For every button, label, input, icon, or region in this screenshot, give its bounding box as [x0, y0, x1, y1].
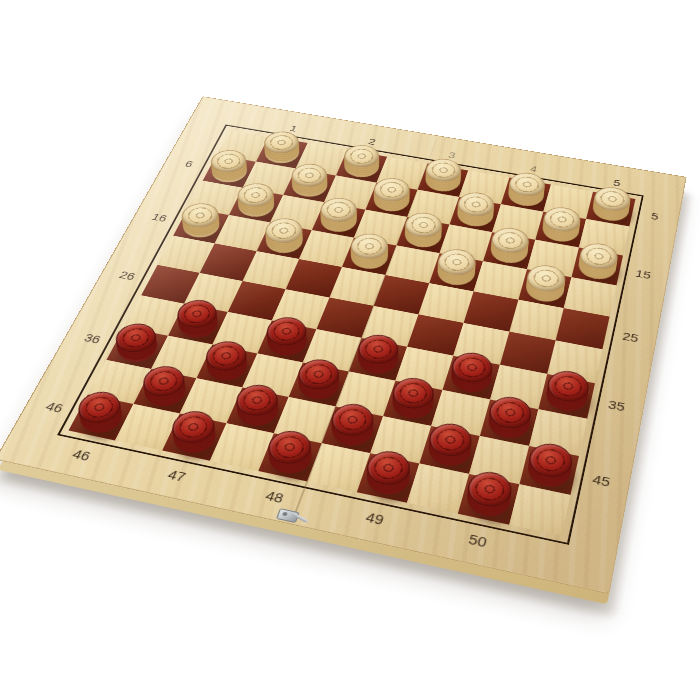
- draughts-board: 123456162636465152535454647484950: [0, 96, 687, 594]
- board-number-1: 1: [288, 124, 299, 134]
- board-number-25: 25: [621, 330, 639, 344]
- board-number-35: 35: [607, 398, 626, 414]
- board-number-4: 4: [529, 164, 539, 174]
- red-piece-31[interactable]: [173, 307, 222, 341]
- board-number-5: 5: [612, 178, 621, 188]
- board-number-49: 49: [364, 510, 386, 528]
- light-piece-13[interactable]: [401, 220, 445, 250]
- red-piece-33[interactable]: [354, 342, 402, 377]
- board-number-36: 36: [82, 331, 103, 345]
- light-square-r5c7: [418, 283, 473, 323]
- board-number-3: 3: [447, 150, 457, 160]
- red-piece-34[interactable]: [448, 359, 495, 395]
- light-piece-19[interactable]: [434, 257, 478, 288]
- board-number-6: 6: [183, 159, 195, 169]
- board-3d-scene: 123456162636465152535454647484950: [93, 25, 653, 585]
- product-photo-canvas: 123456162636465152535454647484950: [0, 0, 700, 700]
- board-number-15: 15: [634, 268, 651, 281]
- board-number-50: 50: [467, 532, 489, 550]
- red-piece-47[interactable]: [168, 418, 221, 457]
- board-number-46: 46: [70, 447, 93, 464]
- light-piece-20[interactable]: [523, 272, 567, 304]
- light-piece-2[interactable]: [340, 153, 382, 180]
- board-number-5: 5: [650, 211, 659, 222]
- square-14[interactable]: [483, 232, 535, 269]
- red-piece-40[interactable]: [485, 403, 533, 441]
- light-piece-4[interactable]: [505, 180, 546, 208]
- red-piece-35[interactable]: [543, 378, 590, 415]
- red-piece-50[interactable]: [463, 478, 514, 520]
- red-piece-42[interactable]: [232, 391, 283, 429]
- red-piece-37[interactable]: [202, 348, 252, 384]
- board-number-2: 2: [367, 137, 377, 147]
- board-number-16: 16: [150, 212, 169, 224]
- light-piece-1[interactable]: [261, 139, 304, 166]
- red-piece-38[interactable]: [294, 366, 344, 402]
- board-number-45: 45: [591, 472, 611, 489]
- light-piece-10[interactable]: [540, 215, 582, 245]
- red-piece-43[interactable]: [327, 411, 378, 450]
- board-number-26: 26: [117, 269, 137, 282]
- light-piece-7[interactable]: [288, 171, 332, 199]
- square-34[interactable]: [442, 356, 499, 400]
- light-piece-17[interactable]: [262, 226, 308, 256]
- board-grid: [68, 130, 635, 536]
- red-piece-39[interactable]: [388, 385, 437, 422]
- red-piece-44[interactable]: [425, 430, 475, 470]
- light-piece-8[interactable]: [370, 186, 413, 214]
- light-piece-12[interactable]: [317, 205, 361, 234]
- red-piece-32[interactable]: [263, 324, 312, 359]
- light-piece-14[interactable]: [488, 235, 531, 266]
- red-piece-45[interactable]: [525, 450, 574, 491]
- light-piece-3[interactable]: [422, 166, 464, 194]
- light-piece-18[interactable]: [347, 241, 392, 272]
- light-square-r4c10: [564, 277, 617, 316]
- red-piece-48[interactable]: [264, 437, 316, 477]
- square-32[interactable]: [257, 321, 316, 363]
- light-square-r4c8: [474, 261, 527, 300]
- square-21[interactable]: [200, 243, 257, 281]
- square-10[interactable]: [535, 212, 586, 248]
- board-number-46: 46: [43, 399, 65, 415]
- board-number-48: 48: [263, 488, 285, 506]
- light-piece-5[interactable]: [590, 195, 631, 224]
- light-piece-9[interactable]: [454, 200, 497, 229]
- red-piece-49[interactable]: [362, 457, 414, 498]
- light-piece-6[interactable]: [207, 158, 251, 185]
- board-number-47: 47: [166, 467, 189, 484]
